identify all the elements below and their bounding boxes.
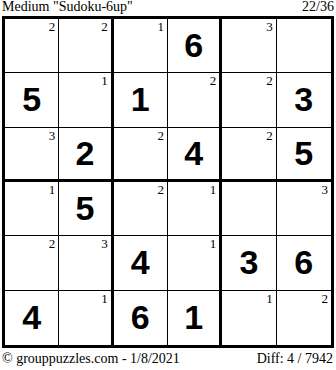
cell-r6c2[interactable]: 1	[59, 291, 113, 345]
cell-r3c1[interactable]: 3	[5, 128, 59, 182]
cell-r6c3[interactable]: 6	[114, 291, 168, 345]
cell-r3c6[interactable]: 5	[277, 128, 331, 182]
cell-r4c2[interactable]: 5	[59, 182, 113, 236]
pencil-mark: 1	[266, 291, 273, 307]
cell-r4c5[interactable]	[222, 182, 276, 236]
pencil-mark: 2	[321, 291, 328, 307]
pencil-mark: 2	[266, 128, 273, 144]
given-digit: 6	[168, 19, 219, 72]
given-digit: 4	[114, 236, 167, 289]
given-digit: 4	[168, 128, 219, 179]
pencil-mark: 1	[101, 291, 108, 307]
cell-r1c6[interactable]	[277, 19, 331, 73]
pencil-mark: 2	[157, 128, 164, 144]
cell-r4c3[interactable]: 2	[114, 182, 168, 236]
cell-r1c4[interactable]: 6	[168, 19, 222, 73]
given-digit: 5	[5, 73, 58, 126]
cell-r5c1[interactable]: 2	[5, 236, 59, 290]
pencil-mark: 2	[210, 73, 217, 89]
pencil-mark: 3	[101, 236, 108, 252]
cell-r1c5[interactable]: 3	[222, 19, 276, 73]
pencil-mark: 2	[49, 236, 56, 252]
given-digit: 4	[5, 291, 58, 345]
puzzle-title: Medium "Sudoku-6up"	[2, 0, 133, 14]
given-digit: 6	[277, 236, 331, 289]
pencil-mark: 2	[266, 73, 273, 89]
sudoku-grid: 2216351122332242515213234136416112	[2, 16, 334, 348]
pencil-mark: 1	[157, 19, 164, 35]
cell-r2c4[interactable]: 2	[168, 73, 222, 127]
pencil-mark: 3	[266, 19, 273, 35]
cell-r2c2[interactable]: 1	[59, 73, 113, 127]
progress-counter: 22/36	[302, 0, 334, 14]
cell-r3c2[interactable]: 2	[59, 128, 113, 182]
given-digit: 1	[168, 291, 219, 345]
cell-r5c5[interactable]: 3	[222, 236, 276, 290]
given-digit: 3	[277, 73, 331, 126]
copyright-text: © grouppuzzles.com - 1/8/2021	[2, 351, 180, 366]
pencil-mark: 3	[321, 182, 328, 198]
given-digit: 5	[59, 182, 110, 235]
cell-r3c5[interactable]: 2	[222, 128, 276, 182]
given-digit: 3	[222, 236, 275, 289]
given-digit: 6	[114, 291, 167, 345]
cell-r1c2[interactable]: 2	[59, 19, 113, 73]
cell-r5c2[interactable]: 3	[59, 236, 113, 290]
puzzle-footer: © grouppuzzles.com - 1/8/2021 Diff: 4 / …	[2, 351, 333, 368]
cell-r5c3[interactable]: 4	[114, 236, 168, 290]
pencil-mark: 1	[210, 182, 217, 198]
difficulty-text: Diff: 4 / 7942	[257, 351, 333, 366]
cell-r4c4[interactable]: 1	[168, 182, 222, 236]
cell-r1c1[interactable]: 2	[5, 19, 59, 73]
cell-r6c5[interactable]: 1	[222, 291, 276, 345]
given-digit: 1	[114, 73, 167, 126]
puzzle-header: Medium "Sudoku-6up" 22/36	[2, 0, 334, 15]
given-digit: 2	[59, 128, 110, 179]
cell-r6c6[interactable]: 2	[277, 291, 331, 345]
pencil-mark: 1	[49, 182, 56, 198]
cell-r4c6[interactable]: 3	[277, 182, 331, 236]
cell-r1c3[interactable]: 1	[114, 19, 168, 73]
cell-r5c6[interactable]: 6	[277, 236, 331, 290]
pencil-mark: 1	[210, 236, 217, 252]
pencil-mark: 2	[49, 19, 56, 35]
pencil-mark: 3	[49, 128, 56, 144]
cell-r2c6[interactable]: 3	[277, 73, 331, 127]
pencil-mark: 2	[157, 182, 164, 198]
cell-r5c4[interactable]: 1	[168, 236, 222, 290]
cell-r4c1[interactable]: 1	[5, 182, 59, 236]
cell-r6c4[interactable]: 1	[168, 291, 222, 345]
pencil-mark: 1	[101, 73, 108, 89]
sudoku-page: { "game": "sudoku-6up", "header": { "tit…	[0, 0, 336, 370]
given-digit: 5	[277, 128, 331, 179]
cell-r2c3[interactable]: 1	[114, 73, 168, 127]
pencil-mark: 2	[101, 19, 108, 35]
cell-r3c3[interactable]: 2	[114, 128, 168, 182]
cell-r3c4[interactable]: 4	[168, 128, 222, 182]
cell-r2c1[interactable]: 5	[5, 73, 59, 127]
cell-r2c5[interactable]: 2	[222, 73, 276, 127]
cell-r6c1[interactable]: 4	[5, 291, 59, 345]
